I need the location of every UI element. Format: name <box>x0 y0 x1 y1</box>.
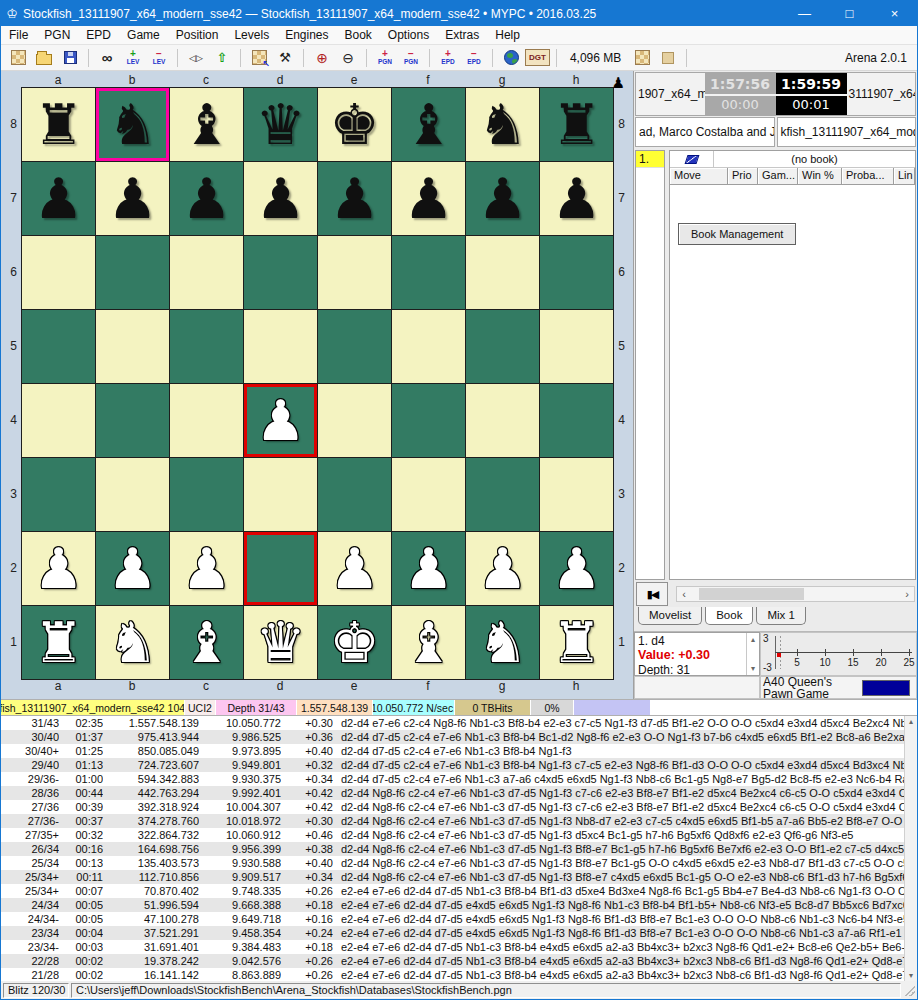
side-to-move-indicator: ♟ <box>612 74 625 92</box>
menu-game[interactable]: Game <box>119 28 168 42</box>
square-icon <box>662 52 674 64</box>
rank-label-4: 4 <box>6 383 21 457</box>
analysis-pv: d2-d4 e7-e6 c2-c4 Ng8-f6 Nb1-c3 Bf8-b4 e… <box>333 717 904 729</box>
square-d7[interactable]: ♟ <box>244 162 317 235</box>
remove-epd-button[interactable]: −EPD <box>462 47 486 69</box>
square-b4[interactable] <box>96 384 169 457</box>
move-now-button[interactable]: ⇧ <box>210 47 234 69</box>
analysis-nodes: 322.864.732 <box>103 829 199 841</box>
square-h6[interactable] <box>540 236 613 309</box>
analysis-nps: 9.042.576 <box>199 955 281 967</box>
scrollbar-track[interactable] <box>691 587 900 601</box>
black-clock: 1:59:59 00:01 <box>776 73 847 115</box>
analysis-nps: 9.458.354 <box>199 927 281 939</box>
file-labels-top: abcdefgh <box>21 74 633 87</box>
analysis-row[interactable]: 29/36-01:00594.342.8839.930.375+0.34d2-d… <box>1 772 904 786</box>
analysis-nodes: 1.557.548.139 <box>103 717 199 729</box>
game-mode-label: Blitz 120/30 <box>3 983 69 998</box>
rank-label-6: 6 <box>614 235 629 309</box>
setup-position-button[interactable]: ↖ <box>247 47 271 69</box>
piece-white-pawn[interactable]: ♟ <box>329 541 379 597</box>
file-label-h: h <box>539 680 613 693</box>
menu-extras[interactable]: Extras <box>437 28 487 42</box>
engine-match-header: 1907_x64_mo 1:57:56 00:00 1:59:59 00:01 … <box>635 72 916 116</box>
square-e2[interactable]: ♟ <box>318 532 391 605</box>
square-c5[interactable] <box>170 310 243 383</box>
piece-black-rook[interactable]: ♜ <box>33 97 83 153</box>
analysis-depth: 23/34- <box>1 941 59 953</box>
analysis-nps: 9.384.483 <box>199 941 281 953</box>
new-position-button[interactable] <box>6 47 30 69</box>
piece-black-bishop[interactable]: ♝ <box>403 97 453 153</box>
analysis-row[interactable]: 24/3400:0551.996.5949.668.388+0.18e2-e4 … <box>1 898 904 912</box>
square-b2[interactable]: ♟ <box>96 532 169 605</box>
analysis-row[interactable]: 29/4001:13724.723.6079.949.801+0.32d2-d4… <box>1 758 904 772</box>
file-label-g: g <box>465 74 539 87</box>
menu-file[interactable]: File <box>1 28 36 42</box>
toolbar-separator <box>492 49 493 67</box>
piece-black-bishop[interactable]: ♝ <box>181 97 231 153</box>
piece-white-pawn[interactable]: ♟ <box>403 541 453 597</box>
square-g2[interactable]: ♟ <box>466 532 539 605</box>
add-pgn-button[interactable]: +PGN <box>373 47 397 69</box>
square-h8[interactable]: ♜ <box>540 88 613 161</box>
rank-label-3: 3 <box>614 457 629 531</box>
piece-white-king[interactable]: ♚ <box>329 615 379 671</box>
rank-label-5: 5 <box>614 309 629 383</box>
analysis-score: +0.38 <box>281 843 333 855</box>
infinite-analysis-button[interactable]: ∞ <box>95 47 119 69</box>
scroll-up-icon[interactable]: ▴ <box>909 717 913 726</box>
close-button[interactable]: × <box>872 1 917 26</box>
analysis-row[interactable]: 30/40+01:25850.085.0499.973.895+0.40d2-d… <box>1 744 904 758</box>
analysis-row[interactable]: 22/2800:0219.378.2429.042.576+0.26e2-e4 … <box>1 954 904 968</box>
analysis-nodes: 112.710.856 <box>103 871 199 883</box>
analysis-row[interactable]: 25/34+00:0770.870.4029.748.335+0.26e2-e4… <box>1 884 904 898</box>
graph-tick-label: 5 <box>794 657 800 668</box>
panel-tabs: MovelistBookMix 1 <box>634 607 917 631</box>
status-bar: Blitz 120/30 C:\Users\jeff\Downloads\Sto… <box>1 981 917 999</box>
analysis-depth: 21/28 <box>1 969 59 981</box>
analysis-row[interactable]: 27/3600:39392.318.92410.004.307+0.42d2-d… <box>1 800 904 814</box>
analysis-row[interactable]: 23/34-00:0331.691.4019.384.483+0.18e2-e4… <box>1 940 904 954</box>
graph-tick-label: 25 <box>903 657 914 668</box>
scroll-left-icon[interactable]: ‹ <box>677 587 691 601</box>
book-column-prio[interactable]: Prio <box>728 168 758 185</box>
square-a1[interactable]: ♜ <box>22 606 95 679</box>
analysis-pv: d2-d4 Ng8-f6 c2-c4 e7-e6 Nb1-c3 d7-d5 Ng… <box>333 815 904 827</box>
book-column-win[interactable]: Win % <box>798 168 842 185</box>
analysis-row[interactable]: 25/34+00:11112.710.8569.909.517+0.34d2-d… <box>1 870 904 884</box>
analysis-nps: 9.992.401 <box>199 787 281 799</box>
square-f5[interactable] <box>392 310 465 383</box>
move-info-row: 1. d4 Value: +0.30 Depth: 31 ▴ ▾ 3 -3 51… <box>634 631 917 699</box>
save-icon <box>64 51 77 64</box>
square-d4[interactable]: ♟ <box>244 384 317 457</box>
square-g3[interactable] <box>466 458 539 531</box>
graph-tick-label: 10 <box>819 657 830 668</box>
analysis-row[interactable]: 30/4001:37975.413.9449.986.525+0.36d2-d4… <box>1 730 904 744</box>
analysis-time: 00:02 <box>59 955 103 967</box>
square-f6[interactable] <box>392 236 465 309</box>
piece-black-pawn[interactable]: ♟ <box>329 171 379 227</box>
square-g5[interactable] <box>466 310 539 383</box>
square-g1[interactable]: ♞ <box>466 606 539 679</box>
piece-white-queen[interactable]: ♛ <box>255 615 305 671</box>
window-title: Stockfish_13111907_x64_modern_sse42 — St… <box>23 7 782 21</box>
square-d2[interactable] <box>244 532 317 605</box>
square-e3[interactable] <box>318 458 391 531</box>
open-folder-icon <box>36 54 52 65</box>
square-c6[interactable] <box>170 236 243 309</box>
analysis-nodes: 164.698.756 <box>103 843 199 855</box>
menu-position[interactable]: Position <box>168 28 227 42</box>
analysis-depth: 23/34 <box>1 927 59 939</box>
square-f8[interactable]: ♝ <box>392 88 465 161</box>
scrollbar-thumb[interactable] <box>699 588 804 600</box>
square-e6[interactable] <box>318 236 391 309</box>
analysis-row[interactable]: 23/3400:0437.521.2919.458.354+0.24e2-e4 … <box>1 926 904 940</box>
book-column-headers: MovePrioGam...Win %Proba...Lin <box>670 168 915 185</box>
menu-levels[interactable]: Levels <box>226 28 277 42</box>
analysis-pv: d2-d4 d7-d5 c2-c4 e7-e6 Nb1-c3 Bf8-b4 Ng… <box>333 745 904 757</box>
analysis-row[interactable]: 27/35+00:32322.864.73210.060.912+0.46d2-… <box>1 828 904 842</box>
toolbar-separator <box>303 49 304 67</box>
analysis-pv: d2-d4 Ng8-f6 c2-c4 e7-e6 Nb1-c3 d7-d5 Ng… <box>333 787 904 799</box>
tab-book[interactable]: Book <box>705 607 753 625</box>
toolbar-separator <box>366 49 367 67</box>
dgt-board-button[interactable]: DGT <box>525 47 550 69</box>
piece-white-bishop[interactable]: ♝ <box>403 615 453 671</box>
square-b3[interactable] <box>96 458 169 531</box>
book-icon-cell <box>670 151 714 167</box>
hash-memory-label: 4,096 MB <box>562 51 629 65</box>
square-c8[interactable]: ♝ <box>170 88 243 161</box>
analysis-nps: 9.949.801 <box>199 759 281 771</box>
piece-white-pawn[interactable]: ♟ <box>33 541 83 597</box>
book-body: Book Management <box>670 185 915 579</box>
analysis-nodes: 19.378.242 <box>103 955 199 967</box>
piece-white-knight[interactable]: ♞ <box>477 615 527 671</box>
analysis-nodes: 16.141.142 <box>103 969 199 981</box>
analysis-time: 00:32 <box>59 829 103 841</box>
info-scrollbar[interactable]: ▴ ▾ <box>746 633 759 675</box>
file-label-c: c <box>169 74 243 87</box>
square-c3[interactable] <box>170 458 243 531</box>
square-h3[interactable] <box>540 458 613 531</box>
piece-black-pawn[interactable]: ♟ <box>551 171 601 227</box>
square-d5[interactable] <box>244 310 317 383</box>
square-h2[interactable]: ♟ <box>540 532 613 605</box>
toolbar-separator <box>556 49 557 67</box>
eco-row: A40 Queen's Pawn Game <box>760 676 917 699</box>
analysis-score: +0.24 <box>281 927 333 939</box>
analysis-nps: 9.986.525 <box>199 731 281 743</box>
analysis-pv: e2-e4 e7-e6 d2-d4 d7-d5 e4xd5 e6xd5 Ng1-… <box>333 899 904 911</box>
piece-black-knight[interactable]: ♞ <box>477 97 527 153</box>
book-column-lin[interactable]: Lin <box>894 168 915 185</box>
analysis-score: +0.32 <box>281 759 333 771</box>
square-h4[interactable] <box>540 384 613 457</box>
square-f7[interactable]: ♟ <box>392 162 465 235</box>
square-a5[interactable] <box>22 310 95 383</box>
square-h1[interactable]: ♜ <box>540 606 613 679</box>
engines-web-button[interactable] <box>499 47 523 69</box>
analysis-time: 00:16 <box>59 843 103 855</box>
analysis-row[interactable]: 25/3400:13135.403.5739.930.588+0.40d2-d4… <box>1 856 904 870</box>
piece-white-rook[interactable]: ♜ <box>551 615 601 671</box>
book-column-gam[interactable]: Gam... <box>758 168 798 185</box>
analysis-score: +0.16 <box>281 913 333 925</box>
analysis-score: +0.18 <box>281 899 333 911</box>
graph-tick-label: 15 <box>847 657 858 668</box>
analysis-pv: e2-e4 e7-e6 d2-d4 d7-d5 Nb1-c3 Bf8-b4 e4… <box>333 969 904 981</box>
board-icon <box>635 50 650 65</box>
analysis-row[interactable]: 26/3400:16164.698.7569.956.399+0.38d2-d4… <box>1 842 904 856</box>
square-a7[interactable]: ♟ <box>22 162 95 235</box>
square-f3[interactable] <box>392 458 465 531</box>
rank-labels-right: 87654321 <box>614 87 629 680</box>
analysis-depth: 24/34 <box>1 899 59 911</box>
graph-x-axis <box>775 652 912 653</box>
chess-board: ♜♞♝♛♚♝♞♜♟♟♟♟♟♟♟♟♟♟♟♟♟♟♟♟♜♞♝♛♚♝♞♜ <box>21 87 614 680</box>
analysis-nps: 9.930.588 <box>199 857 281 869</box>
square-c4[interactable] <box>170 384 243 457</box>
book-header: (no book) <box>670 151 915 168</box>
graph-tick <box>853 649 854 656</box>
analysis-nps: 9.956.399 <box>199 843 281 855</box>
toolbar-separator <box>686 49 687 67</box>
toolbar-separator <box>88 49 89 67</box>
analysis-row[interactable]: 24/34-00:0547.100.2789.649.718+0.16e2-e4… <box>1 912 904 926</box>
file-label-d: d <box>243 680 317 693</box>
scroll-right-icon[interactable]: › <box>900 587 914 601</box>
square-b1[interactable]: ♞ <box>96 606 169 679</box>
analysis-time: 00:04 <box>59 927 103 939</box>
file-label-a: a <box>21 74 95 87</box>
book-management-button[interactable]: Book Management <box>678 223 796 245</box>
menu-epd[interactable]: EPD <box>78 28 119 42</box>
board-area: abcdefgh 87654321 ♜♞♝♛♚♝♞♜♟♟♟♟♟♟♟♟♟♟♟♟♟♟… <box>1 71 633 699</box>
piece-black-king[interactable]: ♚ <box>329 97 379 153</box>
square-g8[interactable]: ♞ <box>466 88 539 161</box>
settings-button[interactable]: ⚒ <box>273 47 297 69</box>
analysis-row[interactable]: 27/36-00:37374.278.76010.018.972+0.30d2-… <box>1 814 904 828</box>
tbhits-segment: 0 TBHits <box>455 700 530 715</box>
position-board-button[interactable] <box>630 47 654 69</box>
piece-white-rook[interactable]: ♜ <box>33 615 83 671</box>
file-label-e: e <box>317 74 391 87</box>
file-label-a: a <box>21 680 95 693</box>
plain-square-button[interactable] <box>656 47 680 69</box>
analysis-score: +0.40 <box>281 745 333 757</box>
analysis-time: 01:00 <box>59 773 103 785</box>
square-c2[interactable]: ♟ <box>170 532 243 605</box>
analysis-depth: 24/34- <box>1 913 59 925</box>
square-g4[interactable] <box>466 384 539 457</box>
analysis-nps: 10.018.972 <box>199 815 281 827</box>
analysis-depth: 27/36 <box>1 801 59 813</box>
piece-white-knight[interactable]: ♞ <box>107 615 157 671</box>
analysis-time: 02:35 <box>59 717 103 729</box>
piece-black-pawn[interactable]: ♟ <box>181 171 231 227</box>
white-engine-name: 1907_x64_mo <box>636 73 705 115</box>
square-f1[interactable]: ♝ <box>392 606 465 679</box>
square-e5[interactable] <box>318 310 391 383</box>
square-d6[interactable] <box>244 236 317 309</box>
analysis-row[interactable]: 21/2800:0216.141.1428.863.889+0.26e2-e4 … <box>1 968 904 981</box>
square-a6[interactable] <box>22 236 95 309</box>
analysis-depth: 30/40 <box>1 731 59 743</box>
rank-label-3: 3 <box>6 457 21 531</box>
move-number-cell[interactable]: 1. <box>636 151 664 168</box>
square-c7[interactable]: ♟ <box>170 162 243 235</box>
rank-label-2: 2 <box>614 531 629 605</box>
analysis-row[interactable]: 28/3600:44442.763.2949.992.401+0.42d2-d4… <box>1 786 904 800</box>
menu-engines[interactable]: Engines <box>277 28 336 42</box>
menu-bar: FilePGNEPDGamePositionLevelsEnginesBookO… <box>1 26 917 45</box>
analysis-scrollbar[interactable]: ▴ ▾ <box>904 716 917 981</box>
app-icon: ♔ <box>1 6 23 21</box>
analysis-time: 00:11 <box>59 871 103 883</box>
analysis-time: 00:13 <box>59 857 103 869</box>
square-a4[interactable] <box>22 384 95 457</box>
movelist-scrollbar[interactable]: ‹ › <box>676 586 915 602</box>
book-column-proba[interactable]: Proba... <box>842 168 894 185</box>
scroll-down-icon[interactable]: ▾ <box>909 971 913 980</box>
analysis-nps: 9.909.517 <box>199 871 281 883</box>
file-label-c: c <box>169 680 243 693</box>
hash-usage-segment: 0% <box>531 700 573 715</box>
analysis-pv: d2-d4 Ng8-f6 c2-c4 e7-e6 Nb1-c3 d7-d5 Ng… <box>333 871 904 883</box>
piece-black-pawn[interactable]: ♟ <box>255 171 305 227</box>
piece-black-rook[interactable]: ♜ <box>551 97 601 153</box>
square-e1[interactable]: ♚ <box>318 606 391 679</box>
decrease-level-button[interactable]: −LEV <box>147 47 171 69</box>
analysis-time: 00:39 <box>59 801 103 813</box>
square-d1[interactable]: ♛ <box>244 606 317 679</box>
analysis-nodes: 37.521.291 <box>103 927 199 939</box>
movelist-number-column: 1. <box>635 150 665 580</box>
square-c1[interactable]: ♝ <box>170 606 243 679</box>
square-g7[interactable]: ♟ <box>466 162 539 235</box>
minimize-button[interactable]: — <box>782 1 827 26</box>
analysis-time: 00:02 <box>59 969 103 981</box>
menu-pgn[interactable]: PGN <box>36 28 78 42</box>
zoom-out-button[interactable]: ⊖ <box>336 47 360 69</box>
analysis-time: 00:05 <box>59 899 103 911</box>
title-bar[interactable]: ♔ Stockfish_13111907_x64_modern_sse42 — … <box>1 1 917 26</box>
square-a8[interactable]: ♜ <box>22 88 95 161</box>
book-column-move[interactable]: Move <box>670 168 728 185</box>
graph-tick <box>825 649 826 656</box>
analysis-score: +0.34 <box>281 871 333 883</box>
square-h5[interactable] <box>540 310 613 383</box>
menu-options[interactable]: Options <box>380 28 437 42</box>
graph-tick <box>797 649 798 656</box>
piece-black-pawn[interactable]: ♟ <box>403 171 453 227</box>
menu-book[interactable]: Book <box>337 28 380 42</box>
black-engine-name: 3111907_x64_ <box>847 73 916 115</box>
square-a2[interactable]: ♟ <box>22 532 95 605</box>
piece-black-queen[interactable]: ♛ <box>255 97 305 153</box>
open-button[interactable] <box>32 47 56 69</box>
tab-movelist[interactable]: Movelist <box>638 607 702 625</box>
analysis-nodes: 70.870.402 <box>103 885 199 897</box>
analysis-pv: e2-e4 e7-e6 d2-d4 d7-d5 Nb1-c3 Bf8-b4 e4… <box>333 955 904 967</box>
square-b8[interactable]: ♞ <box>96 88 169 161</box>
remove-pgn-button[interactable]: −PGN <box>399 47 423 69</box>
rank-label-1: 1 <box>6 605 21 679</box>
rank-label-5: 5 <box>6 309 21 383</box>
analysis-depth: 25/34+ <box>1 871 59 883</box>
square-d8[interactable]: ♛ <box>244 88 317 161</box>
square-f4[interactable] <box>392 384 465 457</box>
depth-label: Depth: 31 <box>638 663 745 676</box>
eval-value-label: Value: +0.30 <box>638 648 745 663</box>
rank-label-6: 6 <box>6 235 21 309</box>
eval-graph: 3 -3 510152025 <box>760 632 917 676</box>
square-b7[interactable]: ♟ <box>96 162 169 235</box>
piece-black-knight[interactable]: ♞ <box>107 97 157 153</box>
square-e7[interactable]: ♟ <box>318 162 391 235</box>
graph-tick <box>881 649 882 656</box>
piece-white-pawn[interactable]: ♟ <box>255 393 305 449</box>
piece-white-pawn[interactable]: ♟ <box>551 541 601 597</box>
analysis-depth: 25/34+ <box>1 885 59 897</box>
save-button[interactable] <box>58 47 82 69</box>
move-info-box: 1. d4 Value: +0.30 Depth: 31 ▴ ▾ <box>634 632 760 676</box>
piece-white-pawn[interactable]: ♟ <box>477 541 527 597</box>
square-f2[interactable]: ♟ <box>392 532 465 605</box>
piece-black-pawn[interactable]: ♟ <box>477 171 527 227</box>
increase-level-button[interactable]: +LEV <box>121 47 145 69</box>
resize-grip[interactable] <box>903 984 915 996</box>
analysis-score: +0.46 <box>281 829 333 841</box>
square-g6[interactable] <box>466 236 539 309</box>
menu-help[interactable]: Help <box>487 28 528 42</box>
maximize-button[interactable]: □ <box>827 1 872 26</box>
square-e4[interactable] <box>318 384 391 457</box>
scroll-down-icon[interactable]: ▾ <box>751 664 755 673</box>
graph-tick <box>909 649 910 656</box>
square-b6[interactable] <box>96 236 169 309</box>
square-e8[interactable]: ♚ <box>318 88 391 161</box>
square-a3[interactable] <box>22 458 95 531</box>
square-h7[interactable]: ♟ <box>540 162 613 235</box>
flip-board-button[interactable]: ◁▷ <box>184 47 208 69</box>
file-label-f: f <box>391 680 465 693</box>
book-panel: (no book) MovePrioGam...Win %Proba...Lin… <box>669 150 916 580</box>
analysis-nodes: 31.691.401 <box>103 941 199 953</box>
add-epd-button[interactable]: +EPD <box>436 47 460 69</box>
piece-white-pawn[interactable]: ♟ <box>181 541 231 597</box>
zoom-in-button[interactable]: ⊕ <box>310 47 334 69</box>
scroll-up-icon[interactable]: ▴ <box>751 635 755 644</box>
analysis-depth: 30/40+ <box>1 745 59 757</box>
analysis-row[interactable]: 31/4302:351.557.548.13910.050.772+0.30d2… <box>1 716 904 730</box>
tab-mix1[interactable]: Mix 1 <box>756 607 805 625</box>
analysis-nps: 9.973.895 <box>199 745 281 757</box>
square-d3[interactable] <box>244 458 317 531</box>
piece-white-pawn[interactable]: ♟ <box>107 541 157 597</box>
piece-black-pawn[interactable]: ♟ <box>107 171 157 227</box>
piece-black-pawn[interactable]: ♟ <box>33 171 83 227</box>
analysis-depth: 26/34 <box>1 843 59 855</box>
square-b5[interactable] <box>96 310 169 383</box>
piece-white-bishop[interactable]: ♝ <box>181 615 231 671</box>
go-to-start-button[interactable]: ▮◀ <box>636 582 668 606</box>
